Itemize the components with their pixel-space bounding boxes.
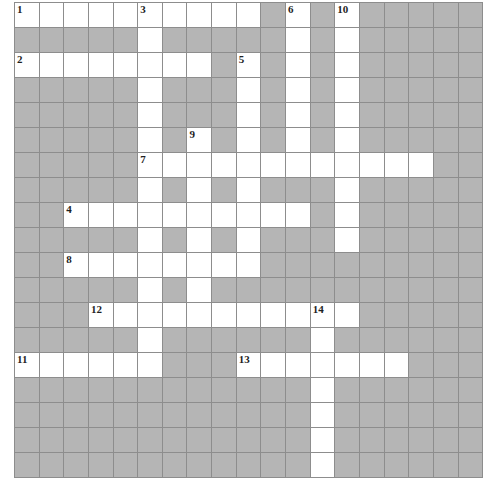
cell-r15c1[interactable]: 11 (15, 353, 40, 378)
cell-r19c11-block (261, 453, 286, 478)
cell-r12c19-block (459, 278, 484, 303)
cell-r14c9-block (212, 328, 237, 353)
clue-number-13: 13 (239, 353, 250, 365)
cell-r9c15-block (360, 203, 385, 228)
cell-r10c8[interactable] (187, 228, 212, 253)
cell-r11c16-block (385, 253, 410, 278)
cell-r4c18-block (434, 78, 459, 103)
cell-r12c3-block (64, 278, 89, 303)
cell-r11c17-block (409, 253, 434, 278)
cell-r1c8[interactable] (187, 3, 212, 28)
cell-r9c12[interactable] (286, 203, 311, 228)
cell-r19c2-block (40, 453, 65, 478)
cell-r3c16-block (385, 53, 410, 78)
cell-r19c19-block (459, 453, 484, 478)
cell-r7c9[interactable] (212, 153, 237, 178)
cell-r10c15-block (360, 228, 385, 253)
cell-r2c18-block (434, 28, 459, 53)
cell-r10c12-block (286, 228, 311, 253)
cell-r10c16-block (385, 228, 410, 253)
cell-r3c11-block (261, 53, 286, 78)
cell-r2c14[interactable] (335, 28, 360, 53)
cell-r6c18-block (434, 128, 459, 153)
cell-r15c3[interactable] (64, 353, 89, 378)
cell-r8c2-block (40, 178, 65, 203)
cell-r10c18-block (434, 228, 459, 253)
cell-r3c6[interactable] (138, 53, 163, 78)
cell-r11c9[interactable] (212, 253, 237, 278)
cell-r16c17-block (409, 378, 434, 403)
cell-r1c9[interactable] (212, 3, 237, 28)
cell-r8c13-block (311, 178, 336, 203)
cell-r7c13[interactable] (311, 153, 336, 178)
cell-r1c1[interactable]: 1 (15, 3, 40, 28)
cell-r16c7-block (163, 378, 188, 403)
cell-r6c10[interactable] (237, 128, 262, 153)
cell-r7c4-block (89, 153, 114, 178)
cell-r15c9-block (212, 353, 237, 378)
cell-r12c15-block (360, 278, 385, 303)
cell-r7c16[interactable] (385, 153, 410, 178)
cell-r18c13[interactable] (311, 428, 336, 453)
cell-r10c5-block (114, 228, 139, 253)
cell-r4c2-block (40, 78, 65, 103)
cell-r2c19-block (459, 28, 484, 53)
cell-r8c15-block (360, 178, 385, 203)
cell-r15c2[interactable] (40, 353, 65, 378)
cell-r14c1-block (15, 328, 40, 353)
cell-r3c5[interactable] (114, 53, 139, 78)
cell-r5c11-block (261, 103, 286, 128)
cell-r3c9-block (212, 53, 237, 78)
cell-r18c2-block (40, 428, 65, 453)
cell-r7c19-block (459, 153, 484, 178)
cell-r7c17[interactable] (409, 153, 434, 178)
cell-r19c8-block (187, 453, 212, 478)
cell-r8c4-block (89, 178, 114, 203)
cell-r3c8[interactable] (187, 53, 212, 78)
cell-r5c14[interactable] (335, 103, 360, 128)
cell-r7c8[interactable] (187, 153, 212, 178)
cell-r4c14[interactable] (335, 78, 360, 103)
cell-r4c13-block (311, 78, 336, 103)
cell-r4c10[interactable] (237, 78, 262, 103)
cell-r6c14[interactable] (335, 128, 360, 153)
cell-r14c3-block (64, 328, 89, 353)
cell-r13c16-block (385, 303, 410, 328)
cell-r13c13[interactable]: 14 (311, 303, 336, 328)
cell-r8c8[interactable] (187, 178, 212, 203)
cell-r19c13[interactable] (311, 453, 336, 478)
cell-r1c10[interactable] (237, 3, 262, 28)
cell-r11c4[interactable] (89, 253, 114, 278)
cell-r9c7[interactable] (163, 203, 188, 228)
cell-r18c3-block (64, 428, 89, 453)
cell-r15c16[interactable] (385, 353, 410, 378)
cell-r14c15-block (360, 328, 385, 353)
cell-r9c10[interactable] (237, 203, 262, 228)
cell-r6c5-block (114, 128, 139, 153)
cell-r8c6[interactable] (138, 178, 163, 203)
cell-r12c18-block (434, 278, 459, 303)
cell-r16c14-block (335, 378, 360, 403)
cell-r10c10[interactable] (237, 228, 262, 253)
cell-r9c13-block (311, 203, 336, 228)
cell-r17c2-block (40, 403, 65, 428)
cell-r18c17-block (409, 428, 434, 453)
cell-r10c7-block (163, 228, 188, 253)
cell-r11c13-block (311, 253, 336, 278)
cell-r16c13[interactable] (311, 378, 336, 403)
cell-r14c6[interactable] (138, 328, 163, 353)
cell-r2c3-block (64, 28, 89, 53)
cell-r13c8[interactable] (187, 303, 212, 328)
cell-r14c12-block (286, 328, 311, 353)
cell-r13c14[interactable] (335, 303, 360, 328)
cell-r19c4-block (89, 453, 114, 478)
cell-r9c14[interactable] (335, 203, 360, 228)
cell-r18c14-block (335, 428, 360, 453)
cell-r19c14-block (335, 453, 360, 478)
clue-number-5: 5 (239, 53, 245, 65)
cell-r14c2-block (40, 328, 65, 353)
cell-r14c19-block (459, 328, 484, 353)
cell-r3c10[interactable]: 5 (237, 53, 262, 78)
cell-r4c8-block (187, 78, 212, 103)
cell-r5c6[interactable] (138, 103, 163, 128)
cell-r16c16-block (385, 378, 410, 403)
cell-r14c11-block (261, 328, 286, 353)
cell-r1c6[interactable]: 3 (138, 3, 163, 28)
cell-r4c6[interactable] (138, 78, 163, 103)
cell-r17c4-block (89, 403, 114, 428)
cell-r16c12-block (286, 378, 311, 403)
clue-number-3: 3 (140, 3, 146, 15)
cell-r18c19-block (459, 428, 484, 453)
cell-r2c7-block (163, 28, 188, 53)
cell-r11c1-block (15, 253, 40, 278)
cell-r12c8[interactable] (187, 278, 212, 303)
cell-r12c16-block (385, 278, 410, 303)
cell-r15c15[interactable] (360, 353, 385, 378)
cell-r14c18-block (434, 328, 459, 353)
cell-r5c7-block (163, 103, 188, 128)
cell-r5c10[interactable] (237, 103, 262, 128)
cell-r7c10[interactable] (237, 153, 262, 178)
cell-r18c6-block (138, 428, 163, 453)
cell-r6c3-block (64, 128, 89, 153)
cell-r11c6[interactable] (138, 253, 163, 278)
cell-r12c11-block (261, 278, 286, 303)
cell-r2c10-block (237, 28, 262, 53)
cell-r9c5[interactable] (114, 203, 139, 228)
cell-r6c9-block (212, 128, 237, 153)
cell-r10c19-block (459, 228, 484, 253)
cell-r5c2-block (40, 103, 65, 128)
cell-r7c15[interactable] (360, 153, 385, 178)
cell-r18c5-block (114, 428, 139, 453)
cell-r17c16-block (385, 403, 410, 428)
clue-number-7: 7 (140, 153, 146, 165)
cell-r13c15-block (360, 303, 385, 328)
cell-r11c8[interactable] (187, 253, 212, 278)
cell-r2c9-block (212, 28, 237, 53)
cell-r18c11-block (261, 428, 286, 453)
cell-r6c12[interactable] (286, 128, 311, 153)
cell-r18c18-block (434, 428, 459, 453)
cell-r19c6-block (138, 453, 163, 478)
cell-r11c3[interactable]: 8 (64, 253, 89, 278)
cell-r13c9[interactable] (212, 303, 237, 328)
cell-r12c2-block (40, 278, 65, 303)
cell-r16c10-block (237, 378, 262, 403)
cell-r4c7-block (163, 78, 188, 103)
cell-r14c4-block (89, 328, 114, 353)
cell-r5c3-block (64, 103, 89, 128)
cell-r16c19-block (459, 378, 484, 403)
cell-r19c16-block (385, 453, 410, 478)
cell-r7c11[interactable] (261, 153, 286, 178)
cell-r10c14[interactable] (335, 228, 360, 253)
cell-r7c18-block (434, 153, 459, 178)
cell-r1c19-block (459, 3, 484, 28)
cell-r10c1-block (15, 228, 40, 253)
cell-r7c1-block (15, 153, 40, 178)
cell-r15c4[interactable] (89, 353, 114, 378)
cell-r14c14-block (335, 328, 360, 353)
cell-r8c9-block (212, 178, 237, 203)
cell-r2c5-block (114, 28, 139, 53)
cell-r2c8-block (187, 28, 212, 53)
cell-r5c12[interactable] (286, 103, 311, 128)
cell-r10c13-block (311, 228, 336, 253)
cell-r17c17-block (409, 403, 434, 428)
cell-r2c4-block (89, 28, 114, 53)
cell-r12c6[interactable] (138, 278, 163, 303)
cell-r3c14[interactable] (335, 53, 360, 78)
cell-r17c12-block (286, 403, 311, 428)
cell-r16c2-block (40, 378, 65, 403)
cell-r15c14[interactable] (335, 353, 360, 378)
cell-r2c2-block (40, 28, 65, 53)
cell-r4c12[interactable] (286, 78, 311, 103)
cell-r15c5[interactable] (114, 353, 139, 378)
cell-r5c16-block (385, 103, 410, 128)
cell-r7c7[interactable] (163, 153, 188, 178)
cell-r8c14[interactable] (335, 178, 360, 203)
cell-r1c4[interactable] (89, 3, 114, 28)
cell-r3c13-block (311, 53, 336, 78)
cell-r10c17-block (409, 228, 434, 253)
cell-r6c2-block (40, 128, 65, 153)
cell-r7c5-block (114, 153, 139, 178)
clue-number-6: 6 (288, 3, 294, 15)
clue-number-10: 10 (337, 3, 348, 15)
cell-r19c7-block (163, 453, 188, 478)
cell-r2c17-block (409, 28, 434, 53)
cell-r3c3[interactable] (64, 53, 89, 78)
cell-r8c1-block (15, 178, 40, 203)
cell-r11c7[interactable] (163, 253, 188, 278)
cell-r5c19-block (459, 103, 484, 128)
cell-r6c6[interactable] (138, 128, 163, 153)
cell-r13c2-block (40, 303, 65, 328)
cell-r14c13[interactable] (311, 328, 336, 353)
cell-r1c3[interactable] (64, 3, 89, 28)
cell-r5c9-block (212, 103, 237, 128)
cell-r15c19-block (459, 353, 484, 378)
cell-r8c12-block (286, 178, 311, 203)
cell-r9c17-block (409, 203, 434, 228)
cell-r10c3-block (64, 228, 89, 253)
cell-r14c17-block (409, 328, 434, 353)
cell-r16c6-block (138, 378, 163, 403)
cell-r18c7-block (163, 428, 188, 453)
cell-r6c13-block (311, 128, 336, 153)
cell-r8c19-block (459, 178, 484, 203)
cell-r1c13-block (311, 3, 336, 28)
cell-r13c5[interactable] (114, 303, 139, 328)
clue-number-1: 1 (17, 3, 23, 15)
cell-r7c6[interactable]: 7 (138, 153, 163, 178)
cell-r8c10[interactable] (237, 178, 262, 203)
cell-r10c6[interactable] (138, 228, 163, 253)
cell-r1c12[interactable]: 6 (286, 3, 311, 28)
cell-r6c7-block (163, 128, 188, 153)
cell-r13c6[interactable] (138, 303, 163, 328)
cell-r3c19-block (459, 53, 484, 78)
cell-r3c12[interactable] (286, 53, 311, 78)
cell-r19c18-block (434, 453, 459, 478)
cell-r12c1-block (15, 278, 40, 303)
cell-r1c14[interactable]: 10 (335, 3, 360, 28)
cell-r15c8-block (187, 353, 212, 378)
crossword-grid: 1361025974812141113 (14, 2, 483, 478)
cell-r8c5-block (114, 178, 139, 203)
clue-number-9: 9 (189, 128, 195, 140)
cell-r11c2-block (40, 253, 65, 278)
cell-r4c11-block (261, 78, 286, 103)
cell-r7c12[interactable] (286, 153, 311, 178)
clue-number-4: 4 (66, 203, 72, 215)
cell-r2c1-block (15, 28, 40, 53)
cell-r15c11[interactable] (261, 353, 286, 378)
cell-r14c5-block (114, 328, 139, 353)
cell-r17c15-block (360, 403, 385, 428)
cell-r13c17-block (409, 303, 434, 328)
cell-r15c10[interactable]: 13 (237, 353, 262, 378)
cell-r3c2[interactable] (40, 53, 65, 78)
cell-r2c6[interactable] (138, 28, 163, 53)
cell-r3c15-block (360, 53, 385, 78)
cell-r17c11-block (261, 403, 286, 428)
cell-r3c7[interactable] (163, 53, 188, 78)
cell-r10c9-block (212, 228, 237, 253)
cell-r17c1-block (15, 403, 40, 428)
cell-r19c1-block (15, 453, 40, 478)
cell-r14c10-block (237, 328, 262, 353)
cell-r11c15-block (360, 253, 385, 278)
cell-r9c11[interactable] (261, 203, 286, 228)
cell-r3c1[interactable]: 2 (15, 53, 40, 78)
cell-r14c7-block (163, 328, 188, 353)
cell-r16c9-block (212, 378, 237, 403)
cell-r3c18-block (434, 53, 459, 78)
cell-r1c15-block (360, 3, 385, 28)
cell-r15c13[interactable] (311, 353, 336, 378)
cell-r6c16-block (385, 128, 410, 153)
cell-r1c7[interactable] (163, 3, 188, 28)
cell-r16c11-block (261, 378, 286, 403)
crossword-board: 1361025974812141113 (14, 2, 483, 478)
cell-r9c8[interactable] (187, 203, 212, 228)
cell-r9c9[interactable] (212, 203, 237, 228)
cell-r9c3[interactable]: 4 (64, 203, 89, 228)
cell-r9c16-block (385, 203, 410, 228)
cell-r15c18-block (434, 353, 459, 378)
cell-r15c6[interactable] (138, 353, 163, 378)
cell-r19c9-block (212, 453, 237, 478)
cell-r17c9-block (212, 403, 237, 428)
cell-r15c12[interactable] (286, 353, 311, 378)
cell-r5c13-block (311, 103, 336, 128)
cell-r7c3-block (64, 153, 89, 178)
cell-r18c9-block (212, 428, 237, 453)
cell-r3c4[interactable] (89, 53, 114, 78)
cell-r18c4-block (89, 428, 114, 453)
cell-r17c18-block (434, 403, 459, 428)
cell-r11c5[interactable] (114, 253, 139, 278)
cell-r1c17-block (409, 3, 434, 28)
cell-r8c18-block (434, 178, 459, 203)
cell-r11c10[interactable] (237, 253, 262, 278)
cell-r14c8-block (187, 328, 212, 353)
cell-r8c3-block (64, 178, 89, 203)
cell-r17c13[interactable] (311, 403, 336, 428)
cell-r18c12-block (286, 428, 311, 453)
cell-r1c11-block (261, 3, 286, 28)
cell-r2c12[interactable] (286, 28, 311, 53)
clue-number-12: 12 (91, 303, 102, 315)
cell-r4c19-block (459, 78, 484, 103)
cell-r15c7-block (163, 353, 188, 378)
cell-r9c6[interactable] (138, 203, 163, 228)
cell-r17c5-block (114, 403, 139, 428)
cell-r16c8-block (187, 378, 212, 403)
cell-r6c19-block (459, 128, 484, 153)
cell-r5c15-block (360, 103, 385, 128)
cell-r5c5-block (114, 103, 139, 128)
cell-r6c11-block (261, 128, 286, 153)
cell-r16c1-block (15, 378, 40, 403)
cell-r4c15-block (360, 78, 385, 103)
cell-r1c5[interactable] (114, 3, 139, 28)
cell-r10c11-block (261, 228, 286, 253)
cell-r13c11[interactable] (261, 303, 286, 328)
cell-r19c17-block (409, 453, 434, 478)
cell-r4c5-block (114, 78, 139, 103)
cell-r13c7[interactable] (163, 303, 188, 328)
cell-r5c4-block (89, 103, 114, 128)
cell-r13c4[interactable]: 12 (89, 303, 114, 328)
cell-r13c12[interactable] (286, 303, 311, 328)
cell-r9c4[interactable] (89, 203, 114, 228)
cell-r1c2[interactable] (40, 3, 65, 28)
cell-r7c14[interactable] (335, 153, 360, 178)
cell-r12c13-block (311, 278, 336, 303)
cell-r6c8[interactable]: 9 (187, 128, 212, 153)
cell-r13c10[interactable] (237, 303, 262, 328)
